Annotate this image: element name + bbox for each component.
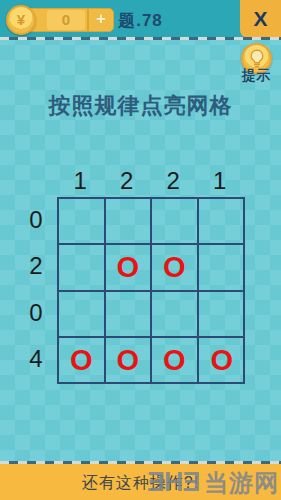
level-indicator: 题.78 [118,9,163,32]
grid-cell-r4c3[interactable]: O [152,338,199,384]
row-clue-3: 0 [19,290,53,336]
puzzle-instruction: 按照规律点亮网格 [0,91,281,121]
watermark: ƎHƎ 当游网 [147,467,279,499]
bottom-divider [0,461,281,464]
puzzle-board: 1 2 2 1 0 2 0 4 O O O O O O [57,197,243,382]
grid-cell-r2c2[interactable]: O [106,245,153,291]
col-clue-1: 1 [57,166,104,196]
grid-cell-r3c4[interactable] [199,292,246,338]
grid-cell-r4c4[interactable]: O [199,338,246,384]
column-clues: 1 2 2 1 [57,166,243,196]
watermark-logo: ƎHƎ [147,467,200,497]
close-button[interactable]: X [240,0,281,38]
col-clue-3: 2 [150,166,197,196]
col-clue-4: 1 [197,166,244,196]
row-clue-1: 0 [19,197,53,243]
watermark-site-name: 当游网 [204,469,279,496]
add-coins-button[interactable]: + [87,9,113,31]
plus-icon: + [96,9,106,28]
grid-cell-r1c2[interactable] [106,199,153,245]
grid-cell-r4c1[interactable]: O [59,338,106,384]
grid-cell-r4c2[interactable]: O [106,338,153,384]
grid-cell-r3c2[interactable] [106,292,153,338]
coin-icon: ¥ [6,5,36,35]
game-screen: 0 + ¥ 题.78 X 提示 按照规律点亮网格 1 2 [0,0,281,500]
grid-cell-r2c3[interactable]: O [152,245,199,291]
grid-cell-r3c1[interactable] [59,292,106,338]
top-bar: 0 + ¥ 题.78 X [0,0,281,38]
col-clue-2: 2 [104,166,151,196]
row-clues: 0 2 0 4 [19,197,53,382]
bottom-bar: 还有这种操作?! ƎHƎ 当游网 [0,462,281,500]
lightbulb-icon [248,49,266,69]
top-divider [0,37,281,40]
grid-cell-r1c3[interactable] [152,199,199,245]
grid-cell-r2c1[interactable] [59,245,106,291]
puzzle-grid: O O O O O O [57,197,245,384]
grid-cell-r1c4[interactable] [199,199,246,245]
hint-label: 提示 [235,67,277,85]
grid-cell-r3c3[interactable] [152,292,199,338]
row-clue-2: 2 [19,243,53,289]
hint-button[interactable]: 提示 [235,43,277,91]
coin-counter: 0 + ¥ [6,5,114,35]
row-clue-4: 4 [19,336,53,382]
grid-cell-r1c1[interactable] [59,199,106,245]
grid-cell-r2c4[interactable] [199,245,246,291]
close-icon: X [253,7,267,30]
coin-count: 0 [47,10,85,30]
